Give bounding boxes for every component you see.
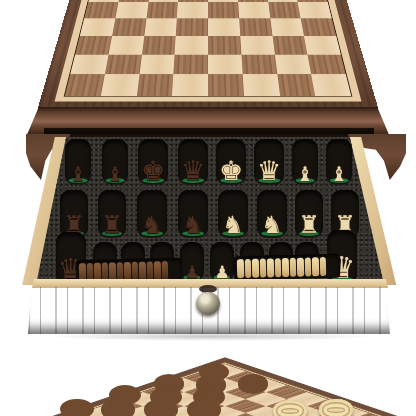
board-square (208, 74, 244, 96)
stored-checker (124, 262, 131, 281)
tray-slot: ♟ (180, 242, 204, 282)
light-checker (319, 399, 353, 416)
chess-board (37, 0, 379, 109)
stored-checker (154, 261, 161, 280)
board-square (268, 2, 301, 18)
stored-checker (259, 259, 266, 278)
board-square (75, 36, 112, 55)
top-board-scene (0, 0, 416, 109)
stored-checker (289, 258, 296, 277)
tray-slot: ♞ (218, 190, 248, 238)
board-square (175, 36, 208, 55)
piece-dark-bishop: ♝ (106, 164, 124, 184)
stored-checker (94, 263, 101, 282)
stored-checker (146, 261, 153, 280)
board-square (304, 36, 341, 55)
stored-checker (319, 257, 326, 276)
stored-checker (267, 258, 274, 277)
board-square (238, 2, 270, 18)
tray-slot: ♛ (178, 139, 208, 185)
board-walnut-frame (37, 0, 379, 109)
tray-slot: ♚ (138, 139, 168, 185)
stored-checker (116, 262, 123, 281)
tray-slot: ♚ (216, 139, 246, 185)
board-square (177, 2, 208, 18)
tray-slot: ♞ (178, 190, 208, 238)
dark-checker (238, 374, 269, 393)
stored-checker (252, 259, 259, 278)
dark-checker (101, 399, 135, 416)
piece-dark-knight: ♞ (182, 213, 204, 237)
board-square (308, 54, 346, 74)
dark-checker (187, 399, 221, 416)
tray-slot: ♝ (326, 139, 352, 185)
board-square (144, 18, 177, 35)
board-square (176, 18, 208, 35)
stored-checker (109, 262, 116, 281)
stored-checker (304, 257, 311, 276)
board-square (208, 2, 239, 18)
board-square (311, 74, 351, 96)
board-square (139, 54, 175, 74)
board-square (270, 18, 304, 35)
board-square (242, 74, 279, 96)
tray-slot: ♜ (60, 190, 88, 238)
piece-dark-rook: ♜ (101, 213, 123, 237)
board-maple-margin (55, 0, 362, 102)
drawer-knob (196, 292, 220, 315)
dark-checker (144, 399, 178, 416)
light-checker (273, 400, 307, 416)
board-square (146, 2, 178, 18)
piece-light-king: ♚ (219, 157, 243, 184)
board-inlay-line (64, 0, 353, 97)
board-square (65, 74, 105, 96)
board-square (301, 18, 336, 35)
board-square (274, 54, 311, 74)
board-square (174, 54, 208, 74)
tray-slot: ♜ (295, 190, 323, 238)
piece-dark-king: ♚ (141, 157, 165, 184)
piece-light-bishop: ♝ (296, 164, 314, 184)
stored-checker (244, 259, 251, 278)
piece-dark-bishop: ♝ (69, 164, 87, 184)
stored-checker (237, 259, 244, 278)
board-square (136, 74, 173, 96)
tray-slot: ♝ (102, 139, 128, 185)
board-square (108, 36, 144, 55)
board-square (112, 18, 146, 35)
stored-checker (139, 262, 146, 281)
tray-slot: ♞ (257, 190, 287, 238)
board-square (208, 36, 241, 55)
piece-light-bishop: ♝ (330, 164, 348, 184)
piece-light-queen: ♛ (257, 157, 281, 184)
stored-checker (297, 258, 304, 277)
board-square (277, 74, 316, 96)
board-square (115, 2, 148, 18)
checker-channel-light (234, 254, 341, 281)
board-square (298, 2, 332, 18)
board-square (101, 74, 140, 96)
board-square (208, 54, 242, 74)
board-square (239, 18, 272, 35)
stored-checker (274, 258, 281, 277)
piece-dark-pawn: ♟ (184, 264, 199, 281)
piece-light-knight: ♞ (261, 213, 283, 237)
dark-checker (60, 399, 94, 416)
chessboard-grid (65, 0, 351, 96)
bottom-board-scene (0, 344, 416, 416)
stored-checker (161, 261, 168, 280)
stored-checker (131, 262, 138, 281)
tray-slot: ♟ (210, 242, 234, 282)
board-square (272, 36, 308, 55)
board-square (80, 18, 115, 35)
stored-checker (282, 258, 289, 277)
board-square (70, 54, 108, 74)
tray-slot: ♞ (137, 190, 167, 238)
tray-slot: ♜ (98, 190, 126, 238)
piece-light-rook: ♜ (298, 213, 320, 237)
tray-slot: ♝ (65, 139, 91, 185)
product-photo-chess-set: ♝ ♝ ♚ ♛ ♚ ♛ ♝ ♝ ♜ ♜ ♞ ♞ ♞ ♞ ♜ ♜ ♛ ♟ ♟ ♟ … (0, 0, 416, 416)
piece-light-knight: ♞ (222, 213, 244, 237)
board-square (241, 54, 277, 74)
board-square (105, 54, 142, 74)
piece-dark-knight: ♞ (141, 213, 163, 237)
tray-slot: ♛ (254, 139, 284, 185)
drop-shadow (46, 332, 376, 341)
board-square (240, 36, 274, 55)
board-square (172, 74, 208, 96)
piece-dark-queen: ♛ (181, 157, 205, 184)
stored-checker (312, 257, 319, 276)
piece-light-pawn: ♟ (214, 264, 229, 281)
board-square (142, 36, 176, 55)
board-square (208, 18, 240, 35)
stored-checker (101, 263, 108, 282)
board-square (84, 2, 118, 18)
tray-slot: ♝ (292, 139, 318, 185)
